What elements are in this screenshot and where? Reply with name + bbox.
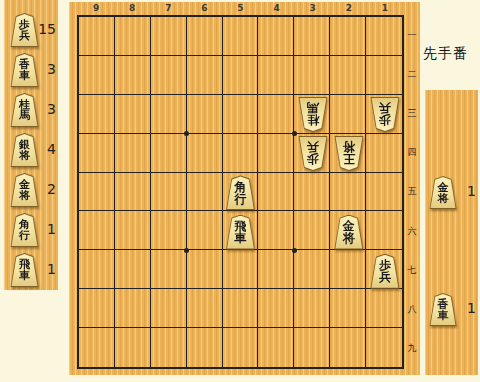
piece-kanji: 車 [19,70,30,81]
piece-undefined-gold[interactable]: 金将 [429,176,457,209]
board-cell-7-3[interactable] [151,95,187,134]
board-cell-7-8[interactable] [151,289,187,328]
board-cell-1-2[interactable] [366,56,402,95]
piece-face: 歩兵 [371,255,399,288]
board-cell-6-7[interactable] [187,250,223,289]
board-cell-6-6[interactable] [187,211,223,250]
piece-kanji: 将 [343,142,355,154]
rank-label-9: 九 [405,329,419,368]
board-cell-3-5[interactable] [294,173,330,212]
board-cell-2-7[interactable] [330,250,366,289]
piece-kanji: 行 [19,230,30,241]
piece-kanji: 将 [19,190,30,201]
board-cell-4-7[interactable] [258,250,294,289]
board-cell-1-5[interactable] [366,173,402,212]
rank-label-1: 一 [405,16,419,55]
board-cell-8-7[interactable] [115,250,151,289]
piece-face: 金将 [335,216,363,249]
piece-sente-pawn-17[interactable]: 歩兵 [370,254,400,289]
file-label-2: 2 [331,3,367,14]
board-cell-9-5[interactable] [79,173,115,212]
gote-hand-count-pawn: 15 [34,21,56,37]
board-cell-2-9[interactable] [330,328,366,367]
piece-kanji: 歩 [307,154,319,166]
sente-hand-tray: 金将1香車1 [425,90,478,375]
board-cell-9-6[interactable] [79,211,115,250]
piece-sente-rook-56[interactable]: 飛車 [225,215,255,250]
board-cell-6-4[interactable] [187,134,223,173]
board-cell-1-9[interactable] [366,328,402,367]
piece-edge: 歩兵 [298,136,328,171]
board-cell-3-2[interactable] [294,56,330,95]
file-label-1: 1 [367,3,403,14]
board-cell-5-9[interactable] [223,328,259,367]
shogi-diagram-page: { "game": "shogi", "turn_indicator": "先手… [0,0,480,382]
piece-kanji: 車 [438,310,449,321]
board-cell-8-9[interactable] [115,328,151,367]
rank-label-6: 六 [405,212,419,251]
board-cell-7-9[interactable] [151,328,187,367]
board-cell-9-7[interactable] [79,250,115,289]
board-cell-9-1[interactable] [79,17,115,56]
board-cell-5-8[interactable] [223,289,259,328]
piece-face: 歩兵 [371,98,399,131]
piece-kanji: 車 [19,270,30,281]
piece-edge: 王将 [334,136,364,171]
board-cell-5-2[interactable] [223,56,259,95]
board-cell-8-8[interactable] [115,289,151,328]
board-cell-8-2[interactable] [115,56,151,95]
rank-label-3: 三 [405,94,419,133]
board-cell-4-8[interactable] [258,289,294,328]
gote-hand-tray: 歩兵15香車3桂馬3銀将4金将2角行1飛車1 [4,0,58,290]
piece-undefined-lance[interactable]: 香車 [429,293,457,326]
board-cell-1-8[interactable] [366,289,402,328]
piece-face: 飛車 [226,216,254,249]
piece-kanji: 兵 [379,103,391,115]
piece-face: 桂馬 [299,98,327,131]
gote-hand-count-knight: 3 [34,101,56,117]
board-cell-4-1[interactable] [258,17,294,56]
piece-edge: 金将 [334,215,364,250]
board-cell-2-5[interactable] [330,173,366,212]
file-label-9: 9 [78,3,114,14]
board-cell-6-1[interactable] [187,17,223,56]
piece-edge: 金将 [429,176,457,209]
board-cell-4-9[interactable] [258,328,294,367]
board-cell-6-9[interactable] [187,328,223,367]
piece-face: 角行 [226,176,254,209]
file-label-4: 4 [259,3,295,14]
board-cell-8-6[interactable] [115,211,151,250]
board-cell-4-5[interactable] [258,173,294,212]
file-label-7: 7 [150,3,186,14]
rank-label-8: 八 [405,290,419,329]
piece-edge: 角行 [225,175,255,210]
board-cell-3-1[interactable] [294,17,330,56]
piece-kanji: 王 [343,154,355,166]
piece-face: 香車 [430,294,456,325]
piece-kanji: 兵 [379,271,391,283]
board-cell-5-3[interactable] [223,95,259,134]
board-cell-3-9[interactable] [294,328,330,367]
board-cell-9-2[interactable] [79,56,115,95]
board-cell-9-4[interactable] [79,134,115,173]
star-point [184,131,189,136]
star-point [292,131,297,136]
board-cell-2-1[interactable] [330,17,366,56]
rank-label-5: 五 [405,172,419,211]
gote-hand-count-rook: 1 [34,261,56,277]
board-cell-2-8[interactable] [330,289,366,328]
board-cell-9-8[interactable] [79,289,115,328]
shogi-board: 987654321一二三四五六七八九桂馬歩兵歩兵王将角行飛車金将歩兵 [69,2,420,375]
board-cell-4-2[interactable] [258,56,294,95]
rank-label-4: 四 [405,133,419,172]
board-cell-8-1[interactable] [115,17,151,56]
piece-kanji: 金 [438,182,449,193]
piece-gote-pawn-34[interactable]: 歩兵 [298,136,328,171]
board-cell-8-3[interactable] [115,95,151,134]
piece-gote-king-24[interactable]: 王将 [334,136,364,171]
piece-kanji: 兵 [19,30,30,41]
board-cell-4-3[interactable] [258,95,294,134]
board-cell-1-1[interactable] [366,17,402,56]
board-cell-1-6[interactable] [366,211,402,250]
board-cell-5-7[interactable] [223,250,259,289]
board-cell-3-7[interactable] [294,250,330,289]
board-cell-2-3[interactable] [330,95,366,134]
piece-kanji: 将 [343,232,355,244]
board-cell-8-5[interactable] [115,173,151,212]
board-cell-1-4[interactable] [366,134,402,173]
board-cell-6-2[interactable] [187,56,223,95]
rank-label-2: 二 [405,55,419,94]
board-cell-4-4[interactable] [258,134,294,173]
file-label-5: 5 [222,3,258,14]
file-label-3: 3 [295,3,331,14]
board-cell-8-4[interactable] [115,134,151,173]
piece-kanji: 行 [234,193,246,205]
file-label-8: 8 [114,3,150,14]
piece-kanji: 馬 [19,110,30,121]
board-cell-4-6[interactable] [258,211,294,250]
piece-edge: 香車 [429,293,457,326]
board-cell-7-5[interactable] [151,173,187,212]
piece-gote-knight-33[interactable]: 桂馬 [298,97,328,132]
board-cell-6-8[interactable] [187,289,223,328]
piece-kanji: 香 [438,299,449,310]
piece-kanji: 将 [19,150,30,161]
board-cell-7-1[interactable] [151,17,187,56]
board-cell-9-3[interactable] [79,95,115,134]
piece-kanji: 馬 [307,103,319,115]
piece-edge: 飛車 [225,215,255,250]
turn-indicator-label: 先手番 [423,45,468,63]
piece-edge: 桂馬 [298,97,328,132]
piece-kanji: 桂 [307,115,319,127]
board-cell-2-2[interactable] [330,56,366,95]
piece-sente-gold-26[interactable]: 金将 [334,215,364,250]
board-cell-7-4[interactable] [151,134,187,173]
piece-kanji: 兵 [307,142,319,154]
rank-label-7: 七 [405,251,419,290]
gote-hand-count-bishop: 1 [34,221,56,237]
piece-face: 金将 [430,177,456,208]
file-label-6: 6 [186,3,222,14]
board-cell-3-6[interactable] [294,211,330,250]
board-cell-7-6[interactable] [151,211,187,250]
piece-gote-pawn-13[interactable]: 歩兵 [370,97,400,132]
board-cell-5-4[interactable] [223,134,259,173]
piece-kanji: 歩 [379,115,391,127]
piece-face: 王将 [335,137,363,170]
gote-hand-count-lance: 3 [34,61,56,77]
gote-hand-count-gold: 2 [34,181,56,197]
gote-hand-count-silver: 4 [34,141,56,157]
sente-hand-count-lance: 1 [454,300,476,316]
piece-kanji: 車 [234,232,246,244]
board-cell-7-7[interactable] [151,250,187,289]
board-cell-7-2[interactable] [151,56,187,95]
board-cell-6-3[interactable] [187,95,223,134]
sente-hand-count-gold: 1 [454,183,476,199]
piece-edge: 歩兵 [370,254,400,289]
piece-sente-bishop-55[interactable]: 角行 [225,175,255,210]
board-cell-3-8[interactable] [294,289,330,328]
star-point [184,248,189,253]
board-cell-6-5[interactable] [187,173,223,212]
board-cell-9-9[interactable] [79,328,115,367]
piece-face: 歩兵 [299,137,327,170]
board-cell-5-1[interactable] [223,17,259,56]
piece-kanji: 将 [438,193,449,204]
piece-edge: 歩兵 [370,97,400,132]
